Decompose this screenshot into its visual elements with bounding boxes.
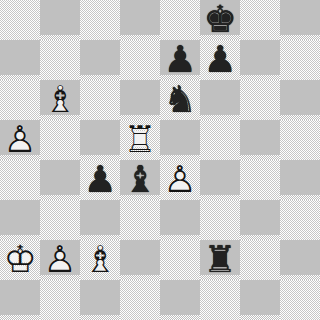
square-c8[interactable]	[80, 0, 120, 40]
piece-white-pawn-e4[interactable]: ♟♙	[160, 160, 200, 200]
square-a2[interactable]: ♚♔	[0, 240, 40, 280]
square-e2[interactable]	[160, 240, 200, 280]
white-piece-outline-layer: ♔	[3, 241, 36, 278]
piece-white-bishop-c2[interactable]: ♝♗	[80, 240, 120, 280]
black-piece-glyph: ♞	[163, 81, 196, 118]
square-b3[interactable]	[40, 200, 80, 240]
square-b1[interactable]	[40, 280, 80, 320]
white-piece-outline-layer: ♖	[123, 121, 156, 158]
square-b5[interactable]	[40, 120, 80, 160]
square-d6[interactable]	[120, 80, 160, 120]
white-piece-outline-layer: ♙	[3, 121, 36, 158]
square-a1[interactable]	[0, 280, 40, 320]
square-h8[interactable]	[280, 0, 320, 40]
square-h1[interactable]	[280, 280, 320, 320]
black-piece-glyph: ♟	[83, 161, 116, 198]
piece-black-rook-f2[interactable]: ♜	[200, 240, 240, 280]
square-d1[interactable]	[120, 280, 160, 320]
square-e7[interactable]: ♟	[160, 40, 200, 80]
square-g5[interactable]	[240, 120, 280, 160]
white-piece-outline-layer: ♗	[43, 81, 76, 118]
square-d5[interactable]: ♜♖	[120, 120, 160, 160]
square-f5[interactable]	[200, 120, 240, 160]
square-e8[interactable]	[160, 0, 200, 40]
white-piece-outline-layer: ♙	[43, 241, 76, 278]
piece-black-pawn-c4[interactable]: ♟	[80, 160, 120, 200]
square-b6[interactable]: ♝♗	[40, 80, 80, 120]
piece-white-bishop-b6[interactable]: ♝♗	[40, 80, 80, 120]
square-c6[interactable]	[80, 80, 120, 120]
piece-black-pawn-f7[interactable]: ♟	[200, 40, 240, 80]
square-a5[interactable]: ♟♙	[0, 120, 40, 160]
square-a7[interactable]	[0, 40, 40, 80]
square-d3[interactable]	[120, 200, 160, 240]
piece-black-knight-e6[interactable]: ♞	[160, 80, 200, 120]
white-piece-outline-layer: ♗	[83, 241, 116, 278]
square-a6[interactable]	[0, 80, 40, 120]
square-d8[interactable]	[120, 0, 160, 40]
square-g3[interactable]	[240, 200, 280, 240]
square-c2[interactable]: ♝♗	[80, 240, 120, 280]
piece-white-king-a2[interactable]: ♚♔	[0, 240, 40, 280]
square-h3[interactable]	[280, 200, 320, 240]
square-h2[interactable]	[280, 240, 320, 280]
square-a8[interactable]	[0, 0, 40, 40]
square-e3[interactable]	[160, 200, 200, 240]
square-d2[interactable]	[120, 240, 160, 280]
square-g2[interactable]	[240, 240, 280, 280]
piece-white-rook-d5[interactable]: ♜♖	[120, 120, 160, 160]
square-e4[interactable]: ♟♙	[160, 160, 200, 200]
piece-white-pawn-a5[interactable]: ♟♙	[0, 120, 40, 160]
square-f4[interactable]	[200, 160, 240, 200]
black-piece-glyph: ♟	[203, 41, 236, 78]
square-g7[interactable]	[240, 40, 280, 80]
black-piece-glyph: ♜	[203, 241, 236, 278]
square-h6[interactable]	[280, 80, 320, 120]
piece-black-pawn-e7[interactable]: ♟	[160, 40, 200, 80]
square-h7[interactable]	[280, 40, 320, 80]
square-g4[interactable]	[240, 160, 280, 200]
square-f3[interactable]	[200, 200, 240, 240]
square-c7[interactable]	[80, 40, 120, 80]
square-b7[interactable]	[40, 40, 80, 80]
white-piece-outline-layer: ♙	[163, 161, 196, 198]
square-e1[interactable]	[160, 280, 200, 320]
square-c1[interactable]	[80, 280, 120, 320]
square-g8[interactable]	[240, 0, 280, 40]
square-f6[interactable]	[200, 80, 240, 120]
square-e5[interactable]	[160, 120, 200, 160]
square-h5[interactable]	[280, 120, 320, 160]
square-f7[interactable]: ♟	[200, 40, 240, 80]
piece-black-king-f8[interactable]: ♚	[200, 0, 240, 40]
piece-black-bishop-d4[interactable]: ♝	[120, 160, 160, 200]
piece-white-pawn-b2[interactable]: ♟♙	[40, 240, 80, 280]
square-g1[interactable]	[240, 280, 280, 320]
square-f1[interactable]	[200, 280, 240, 320]
black-piece-glyph: ♝	[123, 161, 156, 198]
chess-board: ♚♟♟♝♗♞♟♙♜♖♟♝♟♙♚♔♟♙♝♗♜	[0, 0, 320, 320]
square-a4[interactable]	[0, 160, 40, 200]
square-f2[interactable]: ♜	[200, 240, 240, 280]
square-e6[interactable]: ♞	[160, 80, 200, 120]
square-d7[interactable]	[120, 40, 160, 80]
black-piece-glyph: ♟	[163, 41, 196, 78]
square-g6[interactable]	[240, 80, 280, 120]
black-piece-glyph: ♚	[203, 1, 236, 38]
square-b8[interactable]	[40, 0, 80, 40]
square-c4[interactable]: ♟	[80, 160, 120, 200]
square-f8[interactable]: ♚	[200, 0, 240, 40]
square-b2[interactable]: ♟♙	[40, 240, 80, 280]
square-b4[interactable]	[40, 160, 80, 200]
square-a3[interactable]	[0, 200, 40, 240]
square-c5[interactable]	[80, 120, 120, 160]
square-d4[interactable]: ♝	[120, 160, 160, 200]
square-c3[interactable]	[80, 200, 120, 240]
square-h4[interactable]	[280, 160, 320, 200]
